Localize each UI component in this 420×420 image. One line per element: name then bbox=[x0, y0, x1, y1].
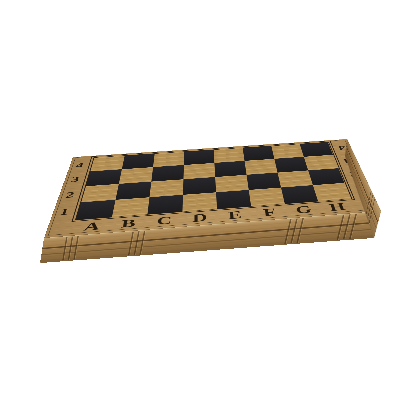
square-d1 bbox=[182, 192, 217, 211]
square-f1 bbox=[249, 188, 285, 207]
front-corner-groove-1-2 bbox=[139, 231, 145, 255]
front-corner-groove-2-2 bbox=[297, 218, 304, 243]
front-corner-groove-3-2 bbox=[349, 214, 357, 239]
file-label-a: A bbox=[72, 218, 112, 234]
square-b1 bbox=[112, 197, 150, 217]
square-c1 bbox=[147, 195, 183, 215]
file-label-e: E bbox=[217, 208, 253, 223]
file-label-g: G bbox=[285, 202, 322, 217]
front-corner-groove-0-1 bbox=[68, 237, 73, 260]
front-corner-groove-1-0 bbox=[128, 232, 134, 256]
file-label-b: B bbox=[109, 216, 147, 232]
front-corner-groove-0-2 bbox=[73, 236, 78, 259]
front-corner-groove-1-1 bbox=[134, 231, 140, 255]
square-h1 bbox=[313, 183, 351, 201]
product-photo-stage: 43214321ABCDEFGH bbox=[0, 0, 420, 420]
file-label-d: D bbox=[182, 210, 218, 225]
square-e1 bbox=[216, 190, 251, 209]
file-label-h: H bbox=[318, 200, 356, 214]
front-corner-groove-0-0 bbox=[62, 237, 67, 260]
square-g1 bbox=[281, 185, 318, 204]
file-label-f: F bbox=[251, 205, 288, 220]
square-a1 bbox=[76, 200, 116, 220]
file-label-c: C bbox=[146, 213, 183, 228]
